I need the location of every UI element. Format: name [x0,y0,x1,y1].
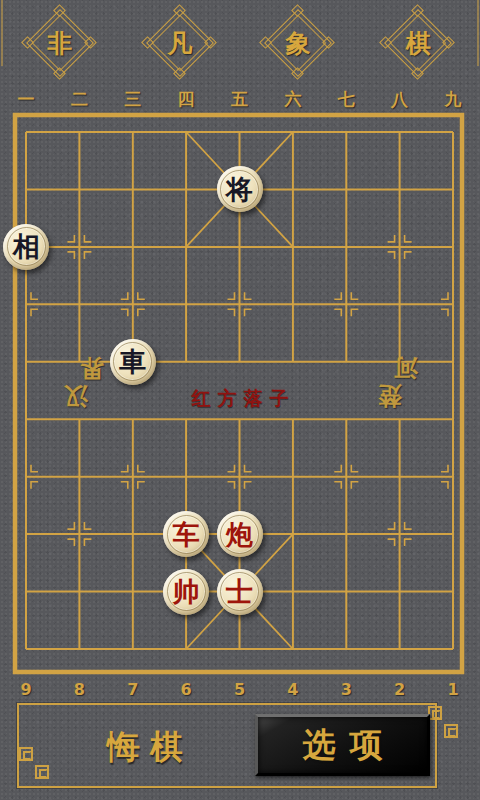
board-point-c3r4[interactable] [106,275,159,332]
board-point-c8r8[interactable] [373,505,426,562]
board-point-c5r10[interactable] [213,620,266,677]
board-point-c5r7[interactable] [213,447,266,504]
app-title-char: 象 [263,8,333,78]
board-point-c7r8[interactable] [319,505,372,562]
bottom-file-label-6: 6 [173,679,199,701]
bottom-file-label-1: 1 [440,679,466,701]
board-point-c1r4[interactable] [0,275,52,332]
board-point-c8r9[interactable] [373,562,426,619]
board-point-c9r8[interactable] [426,505,479,562]
piece-glyph: 車 [119,348,146,375]
app-title-char: 棋 [383,8,453,78]
board-point-c2r4[interactable] [52,275,105,332]
board-point-c6r9[interactable] [266,562,319,619]
bottom-file-label-3: 3 [333,679,359,701]
options-button-label: 选项 [289,723,397,768]
board-point-c2r2[interactable] [52,160,105,217]
board-point-c5r1[interactable] [213,103,266,160]
board-point-c8r4[interactable] [373,275,426,332]
board-point-c9r3[interactable] [426,218,479,275]
board-point-c2r1[interactable] [52,103,105,160]
piece-black-elephant[interactable]: 相 [3,224,49,270]
bottom-file-label-9: 9 [13,679,39,701]
board-point-c3r1[interactable] [106,103,159,160]
right-edge-ornament-line [477,0,479,66]
bottom-file-label-2: 2 [387,679,413,701]
board-point-c7r3[interactable] [319,218,372,275]
board-point-c1r2[interactable] [0,160,52,217]
scroll-corner-icon [19,747,33,761]
bottom-file-label-4: 4 [280,679,306,701]
board-point-c3r3[interactable] [106,218,159,275]
board-point-c6r8[interactable] [266,505,319,562]
board-point-c6r1[interactable] [266,103,319,160]
river-text-hanjie: 汉界 [28,382,124,410]
board-point-c2r9[interactable] [52,562,105,619]
board-point-c3r9[interactable] [106,562,159,619]
board-point-c4r10[interactable] [159,620,212,677]
board-point-c7r2[interactable] [319,160,372,217]
board-point-c6r2[interactable] [266,160,319,217]
piece-black-general[interactable]: 将 [217,166,263,212]
undo-move-button[interactable]: 悔棋 [70,724,220,768]
piece-glyph: 车 [173,521,200,548]
board-point-c4r3[interactable] [159,218,212,275]
piece-red-chariot[interactable]: 车 [163,511,209,557]
board-point-c9r2[interactable] [426,160,479,217]
board-point-c2r8[interactable] [52,505,105,562]
piece-glyph: 将 [226,176,253,203]
board-point-c4r4[interactable] [159,275,212,332]
app-screen: 非 凡 象 棋 一二三四五六七八九 987654321 汉界 楚河 红方落子 [0,0,480,800]
board-point-c9r10[interactable] [426,620,479,677]
board-point-c5r5[interactable] [213,333,266,390]
board-point-c9r4[interactable] [426,275,479,332]
board-point-c5r4[interactable] [213,275,266,332]
board-point-c2r10[interactable] [52,620,105,677]
board-point-c4r5[interactable] [159,333,212,390]
board-point-c3r7[interactable] [106,447,159,504]
board-point-c8r7[interactable] [373,447,426,504]
header-medallion-1: 非 [25,8,95,78]
app-title-char: 非 [25,8,95,78]
board-point-c6r10[interactable] [266,620,319,677]
board-point-c4r2[interactable] [159,160,212,217]
board-point-c7r1[interactable] [319,103,372,160]
left-edge-ornament-line [1,0,3,66]
piece-glyph: 士 [226,578,253,605]
board-point-c6r5[interactable] [266,333,319,390]
board-point-c2r7[interactable] [52,447,105,504]
board-point-c8r3[interactable] [373,218,426,275]
board-point-c7r7[interactable] [319,447,372,504]
header-medallion-2: 凡 [145,8,215,78]
app-title-char: 凡 [145,8,215,78]
board-point-c1r9[interactable] [0,562,52,619]
board-point-c3r8[interactable] [106,505,159,562]
board-point-c4r7[interactable] [159,447,212,504]
board-point-c8r10[interactable] [373,620,426,677]
bottom-file-label-5: 5 [227,679,253,701]
board-point-c3r2[interactable] [106,160,159,217]
board-point-c1r8[interactable] [0,505,52,562]
board-point-c8r1[interactable] [373,103,426,160]
board-point-c1r1[interactable] [0,103,52,160]
bottom-file-label-7: 7 [120,679,146,701]
piece-red-advisor[interactable]: 士 [217,569,263,615]
piece-red-general[interactable]: 帅 [163,569,209,615]
board-point-c6r3[interactable] [266,218,319,275]
board-point-c2r3[interactable] [52,218,105,275]
header-medallion-3: 象 [263,8,333,78]
piece-glyph: 相 [13,233,40,260]
board-point-c6r7[interactable] [266,447,319,504]
board-point-c9r1[interactable] [426,103,479,160]
header-medallion-4: 棋 [383,8,453,78]
options-button[interactable]: 选项 [255,714,430,776]
piece-red-cannon[interactable]: 炮 [217,511,263,557]
board-point-c1r7[interactable] [0,447,52,504]
scroll-corner-icon [35,765,49,779]
piece-glyph: 帅 [173,578,200,605]
board-point-c8r2[interactable] [373,160,426,217]
board-point-c7r4[interactable] [319,275,372,332]
board-point-c9r9[interactable] [426,562,479,619]
board-point-c3r10[interactable] [106,620,159,677]
board-point-c6r4[interactable] [266,275,319,332]
piece-black-chariot[interactable]: 車 [110,339,156,385]
bottom-file-label-8: 8 [66,679,92,701]
scroll-corner-icon [444,724,458,738]
board-point-c4r1[interactable] [159,103,212,160]
scroll-corner-icon [428,706,442,720]
board-point-c1r10[interactable] [0,620,52,677]
turn-status-text: 红方落子 [120,386,360,412]
piece-glyph: 炮 [226,521,253,548]
board-point-c9r7[interactable] [426,447,479,504]
board-point-c7r9[interactable] [319,562,372,619]
board-point-c5r3[interactable] [213,218,266,275]
board-point-c7r10[interactable] [319,620,372,677]
